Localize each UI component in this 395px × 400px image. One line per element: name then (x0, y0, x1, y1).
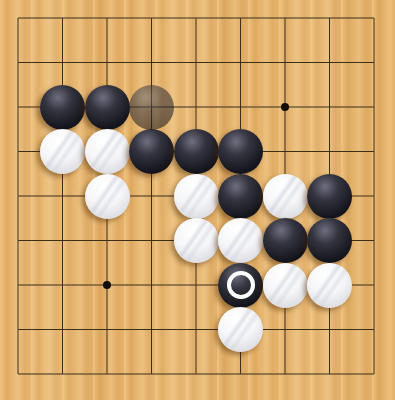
circle-marker-icon (227, 271, 255, 299)
white-stone (263, 263, 308, 308)
black-stone (85, 85, 130, 130)
white-stone (174, 218, 219, 263)
white-stone (307, 263, 352, 308)
black-stone (263, 218, 308, 263)
white-stone (218, 218, 263, 263)
black-stone (40, 85, 85, 130)
black-stone (129, 129, 174, 174)
white-stone (263, 174, 308, 219)
star-point (103, 281, 111, 289)
black-stone (218, 174, 263, 219)
black-stone (174, 129, 219, 174)
black-stone (307, 218, 352, 263)
marked-black-stone (218, 263, 263, 308)
white-stone (174, 174, 219, 219)
black-stone (218, 129, 263, 174)
white-stone (218, 307, 263, 352)
white-stone (85, 129, 130, 174)
white-stone (40, 129, 85, 174)
go-board[interactable] (0, 0, 395, 400)
star-point (281, 103, 289, 111)
white-stone (85, 174, 130, 219)
black-stone (307, 174, 352, 219)
ghost-black-stone[interactable] (129, 85, 174, 130)
